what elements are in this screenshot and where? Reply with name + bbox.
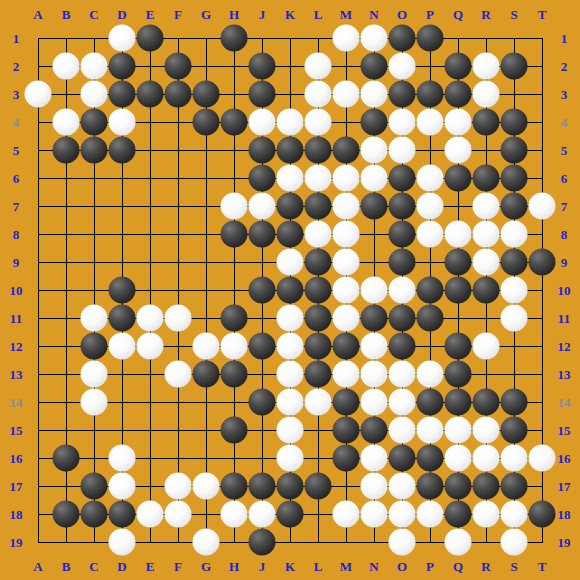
row-label-right-15: 15 <box>558 424 571 437</box>
stone-black-L13[interactable] <box>305 361 332 388</box>
col-label-bottom-G: G <box>201 560 211 573</box>
stone-white-O5[interactable] <box>389 137 416 164</box>
stone-white-H7[interactable] <box>221 193 248 220</box>
stone-white-N14[interactable] <box>361 389 388 416</box>
stone-white-K16[interactable] <box>277 445 304 472</box>
stone-white-M1[interactable] <box>333 25 360 52</box>
stone-white-R18[interactable] <box>473 501 500 528</box>
row-label-left-7: 7 <box>13 200 20 213</box>
stone-black-L10[interactable] <box>305 277 332 304</box>
row-label-left-12: 12 <box>10 340 23 353</box>
stone-white-H18[interactable] <box>221 501 248 528</box>
stone-black-L9[interactable] <box>305 249 332 276</box>
stone-white-N6[interactable] <box>361 165 388 192</box>
stone-white-G17[interactable] <box>193 473 220 500</box>
stone-black-R4[interactable] <box>473 109 500 136</box>
stone-white-E18[interactable] <box>137 501 164 528</box>
stone-black-D11[interactable] <box>109 305 136 332</box>
stone-black-B16[interactable] <box>53 445 80 472</box>
stone-white-D12[interactable] <box>109 333 136 360</box>
col-label-top-E: E <box>146 8 155 21</box>
col-label-top-G: G <box>201 8 211 21</box>
col-label-top-A: A <box>33 8 42 21</box>
row-label-right-4: 4 <box>561 116 568 129</box>
stone-white-M7[interactable] <box>333 193 360 220</box>
stone-white-K13[interactable] <box>277 361 304 388</box>
stone-black-D18[interactable] <box>109 501 136 528</box>
stone-black-S2[interactable] <box>501 53 528 80</box>
row-label-left-17: 17 <box>10 480 23 493</box>
stone-white-L2[interactable] <box>305 53 332 80</box>
stone-black-N2[interactable] <box>361 53 388 80</box>
col-label-top-P: P <box>426 8 434 21</box>
stone-black-H1[interactable] <box>221 25 248 52</box>
row-label-left-3: 3 <box>13 88 20 101</box>
stone-black-O11[interactable] <box>389 305 416 332</box>
stone-black-P16[interactable] <box>417 445 444 472</box>
stone-white-M10[interactable] <box>333 277 360 304</box>
stone-black-N7[interactable] <box>361 193 388 220</box>
col-label-bottom-H: H <box>229 560 239 573</box>
stone-black-J5[interactable] <box>249 137 276 164</box>
col-label-bottom-E: E <box>146 560 155 573</box>
col-label-top-F: F <box>174 8 182 21</box>
stone-black-J8[interactable] <box>249 221 276 248</box>
stone-white-C13[interactable] <box>81 361 108 388</box>
col-label-bottom-Q: Q <box>453 560 463 573</box>
stone-white-B2[interactable] <box>53 53 80 80</box>
stone-white-P8[interactable] <box>417 221 444 248</box>
stone-white-C3[interactable] <box>81 81 108 108</box>
row-label-right-8: 8 <box>561 228 568 241</box>
row-label-left-6: 6 <box>13 172 20 185</box>
col-label-top-O: O <box>397 8 407 21</box>
stone-white-T7[interactable] <box>529 193 556 220</box>
stone-white-O19[interactable] <box>389 529 416 556</box>
stone-black-O1[interactable] <box>389 25 416 52</box>
stone-white-O18[interactable] <box>389 501 416 528</box>
stone-white-D16[interactable] <box>109 445 136 472</box>
col-label-top-Q: Q <box>453 8 463 21</box>
row-label-left-14: 14 <box>10 396 23 409</box>
col-label-top-J: J <box>259 8 266 21</box>
stone-white-L3[interactable] <box>305 81 332 108</box>
stone-black-H11[interactable] <box>221 305 248 332</box>
row-label-right-5: 5 <box>561 144 568 157</box>
col-label-top-L: L <box>314 8 323 21</box>
row-label-left-5: 5 <box>13 144 20 157</box>
stone-black-Q3[interactable] <box>445 81 472 108</box>
stone-black-R6[interactable] <box>473 165 500 192</box>
row-label-right-18: 18 <box>558 508 571 521</box>
stone-white-Q4[interactable] <box>445 109 472 136</box>
stone-white-K6[interactable] <box>277 165 304 192</box>
stone-black-D2[interactable] <box>109 53 136 80</box>
stone-white-M9[interactable] <box>333 249 360 276</box>
stone-white-O10[interactable] <box>389 277 416 304</box>
stone-white-R3[interactable] <box>473 81 500 108</box>
stone-black-H13[interactable] <box>221 361 248 388</box>
stone-black-C12[interactable] <box>81 333 108 360</box>
stone-black-L11[interactable] <box>305 305 332 332</box>
stone-white-K12[interactable] <box>277 333 304 360</box>
row-label-right-1: 1 <box>561 32 568 45</box>
row-label-left-10: 10 <box>10 284 23 297</box>
stone-black-K7[interactable] <box>277 193 304 220</box>
stone-black-H17[interactable] <box>221 473 248 500</box>
stone-black-S7[interactable] <box>501 193 528 220</box>
stone-black-B5[interactable] <box>53 137 80 164</box>
stone-black-Q6[interactable] <box>445 165 472 192</box>
col-label-bottom-K: K <box>285 560 295 573</box>
stone-white-S16[interactable] <box>501 445 528 472</box>
stone-black-K10[interactable] <box>277 277 304 304</box>
stone-white-G12[interactable] <box>193 333 220 360</box>
stone-white-O2[interactable] <box>389 53 416 80</box>
row-label-right-12: 12 <box>558 340 571 353</box>
stone-white-K4[interactable] <box>277 109 304 136</box>
stone-white-O17[interactable] <box>389 473 416 500</box>
stone-black-K5[interactable] <box>277 137 304 164</box>
stone-white-N10[interactable] <box>361 277 388 304</box>
stone-black-E3[interactable] <box>137 81 164 108</box>
row-label-right-14: 14 <box>558 396 571 409</box>
stone-white-C11[interactable] <box>81 305 108 332</box>
stone-white-Q19[interactable] <box>445 529 472 556</box>
stone-black-K17[interactable] <box>277 473 304 500</box>
col-label-top-M: M <box>340 8 352 21</box>
col-label-bottom-O: O <box>397 560 407 573</box>
stone-black-R10[interactable] <box>473 277 500 304</box>
stone-white-M3[interactable] <box>333 81 360 108</box>
row-label-left-2: 2 <box>13 60 20 73</box>
stone-black-D3[interactable] <box>109 81 136 108</box>
stone-black-P14[interactable] <box>417 389 444 416</box>
col-label-bottom-J: J <box>259 560 266 573</box>
row-label-left-8: 8 <box>13 228 20 241</box>
stone-black-L17[interactable] <box>305 473 332 500</box>
stone-white-F18[interactable] <box>165 501 192 528</box>
stone-black-N4[interactable] <box>361 109 388 136</box>
row-label-left-4: 4 <box>13 116 20 129</box>
stone-black-S5[interactable] <box>501 137 528 164</box>
stone-white-E12[interactable] <box>137 333 164 360</box>
stone-black-J10[interactable] <box>249 277 276 304</box>
stone-black-M12[interactable] <box>333 333 360 360</box>
stone-white-G19[interactable] <box>193 529 220 556</box>
stone-white-S19[interactable] <box>501 529 528 556</box>
col-label-bottom-R: R <box>481 560 490 573</box>
stone-black-O9[interactable] <box>389 249 416 276</box>
stone-white-N3[interactable] <box>361 81 388 108</box>
stone-black-S14[interactable] <box>501 389 528 416</box>
stone-black-T9[interactable] <box>529 249 556 276</box>
stone-black-C5[interactable] <box>81 137 108 164</box>
row-label-right-6: 6 <box>561 172 568 185</box>
col-label-bottom-A: A <box>33 560 42 573</box>
stone-white-P4[interactable] <box>417 109 444 136</box>
stone-white-R12[interactable] <box>473 333 500 360</box>
stone-black-Q10[interactable] <box>445 277 472 304</box>
stone-white-C2[interactable] <box>81 53 108 80</box>
col-label-top-K: K <box>285 8 295 21</box>
stone-white-S18[interactable] <box>501 501 528 528</box>
row-label-left-11: 11 <box>10 312 22 325</box>
stone-black-S15[interactable] <box>501 417 528 444</box>
row-label-right-13: 13 <box>558 368 571 381</box>
stone-white-Q15[interactable] <box>445 417 472 444</box>
row-label-left-19: 19 <box>10 536 23 549</box>
stone-black-P10[interactable] <box>417 277 444 304</box>
stone-white-D4[interactable] <box>109 109 136 136</box>
stone-white-R9[interactable] <box>473 249 500 276</box>
stone-white-P18[interactable] <box>417 501 444 528</box>
stone-black-T18[interactable] <box>529 501 556 528</box>
stone-white-O4[interactable] <box>389 109 416 136</box>
stone-black-G3[interactable] <box>193 81 220 108</box>
stone-white-H12[interactable] <box>221 333 248 360</box>
stone-white-Q16[interactable] <box>445 445 472 472</box>
stone-white-R7[interactable] <box>473 193 500 220</box>
stone-black-J14[interactable] <box>249 389 276 416</box>
stone-black-K8[interactable] <box>277 221 304 248</box>
stone-white-R8[interactable] <box>473 221 500 248</box>
row-label-left-15: 15 <box>10 424 23 437</box>
stone-white-D19[interactable] <box>109 529 136 556</box>
go-board[interactable]: AABBCCDDEEFFGGHHJJKKLLMMNNOOPPQQRRSSTT11… <box>0 0 580 580</box>
stone-white-K11[interactable] <box>277 305 304 332</box>
stone-black-K18[interactable] <box>277 501 304 528</box>
stone-white-L6[interactable] <box>305 165 332 192</box>
stone-black-O6[interactable] <box>389 165 416 192</box>
stone-white-J4[interactable] <box>249 109 276 136</box>
row-label-right-3: 3 <box>561 88 568 101</box>
stone-black-O7[interactable] <box>389 193 416 220</box>
stone-white-N5[interactable] <box>361 137 388 164</box>
col-label-bottom-M: M <box>340 560 352 573</box>
stone-black-G13[interactable] <box>193 361 220 388</box>
stone-white-S11[interactable] <box>501 305 528 332</box>
stone-black-C4[interactable] <box>81 109 108 136</box>
stone-white-D17[interactable] <box>109 473 136 500</box>
col-label-top-T: T <box>538 8 547 21</box>
stone-white-O15[interactable] <box>389 417 416 444</box>
row-label-left-16: 16 <box>10 452 23 465</box>
row-label-right-17: 17 <box>558 480 571 493</box>
stone-black-Q17[interactable] <box>445 473 472 500</box>
col-label-bottom-T: T <box>538 560 547 573</box>
stone-white-E11[interactable] <box>137 305 164 332</box>
stone-black-J19[interactable] <box>249 529 276 556</box>
stone-black-O3[interactable] <box>389 81 416 108</box>
stone-black-C17[interactable] <box>81 473 108 500</box>
stone-black-Q13[interactable] <box>445 361 472 388</box>
stone-white-L4[interactable] <box>305 109 332 136</box>
stone-white-L8[interactable] <box>305 221 332 248</box>
stone-black-L5[interactable] <box>305 137 332 164</box>
stone-black-S4[interactable] <box>501 109 528 136</box>
stone-black-L12[interactable] <box>305 333 332 360</box>
col-label-bottom-P: P <box>426 560 434 573</box>
stone-black-J2[interactable] <box>249 53 276 80</box>
stone-white-N1[interactable] <box>361 25 388 52</box>
stone-white-F17[interactable] <box>165 473 192 500</box>
col-label-top-S: S <box>510 8 517 21</box>
col-label-bottom-L: L <box>314 560 323 573</box>
stone-white-N13[interactable] <box>361 361 388 388</box>
stone-white-R2[interactable] <box>473 53 500 80</box>
stone-black-Q12[interactable] <box>445 333 472 360</box>
stone-black-R14[interactable] <box>473 389 500 416</box>
row-label-right-19: 19 <box>558 536 571 549</box>
stone-white-F13[interactable] <box>165 361 192 388</box>
stone-black-C18[interactable] <box>81 501 108 528</box>
stone-black-R17[interactable] <box>473 473 500 500</box>
stone-white-M6[interactable] <box>333 165 360 192</box>
stone-black-S9[interactable] <box>501 249 528 276</box>
stone-black-H15[interactable] <box>221 417 248 444</box>
stone-black-P11[interactable] <box>417 305 444 332</box>
stone-black-Q2[interactable] <box>445 53 472 80</box>
stone-black-P3[interactable] <box>417 81 444 108</box>
stone-black-O16[interactable] <box>389 445 416 472</box>
stone-white-N18[interactable] <box>361 501 388 528</box>
row-label-left-13: 13 <box>10 368 23 381</box>
stone-black-M15[interactable] <box>333 417 360 444</box>
stone-black-F2[interactable] <box>165 53 192 80</box>
stone-black-F3[interactable] <box>165 81 192 108</box>
stone-black-N15[interactable] <box>361 417 388 444</box>
stone-white-P6[interactable] <box>417 165 444 192</box>
stone-black-L7[interactable] <box>305 193 332 220</box>
stone-white-S8[interactable] <box>501 221 528 248</box>
stone-white-F11[interactable] <box>165 305 192 332</box>
stone-white-O13[interactable] <box>389 361 416 388</box>
stone-black-O12[interactable] <box>389 333 416 360</box>
stone-white-N12[interactable] <box>361 333 388 360</box>
stone-white-C14[interactable] <box>81 389 108 416</box>
stone-black-G4[interactable] <box>193 109 220 136</box>
stone-white-M13[interactable] <box>333 361 360 388</box>
row-label-right-10: 10 <box>558 284 571 297</box>
stone-white-K14[interactable] <box>277 389 304 416</box>
stone-black-P1[interactable] <box>417 25 444 52</box>
stone-white-P13[interactable] <box>417 361 444 388</box>
stone-black-H8[interactable] <box>221 221 248 248</box>
stone-white-K15[interactable] <box>277 417 304 444</box>
col-label-bottom-B: B <box>62 560 71 573</box>
col-label-top-R: R <box>481 8 490 21</box>
col-label-top-H: H <box>229 8 239 21</box>
stone-black-Q14[interactable] <box>445 389 472 416</box>
row-label-left-18: 18 <box>10 508 23 521</box>
col-label-bottom-F: F <box>174 560 182 573</box>
col-label-bottom-S: S <box>510 560 517 573</box>
stone-black-P17[interactable] <box>417 473 444 500</box>
stone-black-S6[interactable] <box>501 165 528 192</box>
col-label-top-N: N <box>369 8 378 21</box>
stone-white-Q5[interactable] <box>445 137 472 164</box>
stone-white-M11[interactable] <box>333 305 360 332</box>
stone-white-P15[interactable] <box>417 417 444 444</box>
row-label-right-16: 16 <box>558 452 571 465</box>
col-label-top-C: C <box>89 8 98 21</box>
stone-white-J7[interactable] <box>249 193 276 220</box>
stone-black-N11[interactable] <box>361 305 388 332</box>
stone-white-A3[interactable] <box>25 81 52 108</box>
stone-black-J12[interactable] <box>249 333 276 360</box>
stone-white-M18[interactable] <box>333 501 360 528</box>
stone-black-E1[interactable] <box>137 25 164 52</box>
stone-white-J18[interactable] <box>249 501 276 528</box>
stone-white-R16[interactable] <box>473 445 500 472</box>
stone-black-D10[interactable] <box>109 277 136 304</box>
col-label-bottom-D: D <box>117 560 126 573</box>
stone-white-B4[interactable] <box>53 109 80 136</box>
stone-black-M16[interactable] <box>333 445 360 472</box>
row-label-right-7: 7 <box>561 200 568 213</box>
stone-white-P7[interactable] <box>417 193 444 220</box>
row-label-right-11: 11 <box>558 312 570 325</box>
stone-black-D5[interactable] <box>109 137 136 164</box>
stone-black-Q18[interactable] <box>445 501 472 528</box>
col-label-top-D: D <box>117 8 126 21</box>
stone-white-N17[interactable] <box>361 473 388 500</box>
stone-white-N16[interactable] <box>361 445 388 472</box>
row-label-left-9: 9 <box>13 256 20 269</box>
stone-black-H4[interactable] <box>221 109 248 136</box>
stone-white-D1[interactable] <box>109 25 136 52</box>
stone-white-S10[interactable] <box>501 277 528 304</box>
stone-black-J17[interactable] <box>249 473 276 500</box>
stone-black-J3[interactable] <box>249 81 276 108</box>
stone-white-O14[interactable] <box>389 389 416 416</box>
stone-black-S17[interactable] <box>501 473 528 500</box>
stone-white-K9[interactable] <box>277 249 304 276</box>
stone-black-M5[interactable] <box>333 137 360 164</box>
col-label-top-B: B <box>62 8 71 21</box>
stone-white-L14[interactable] <box>305 389 332 416</box>
row-label-left-1: 1 <box>13 32 20 45</box>
col-label-bottom-N: N <box>369 560 378 573</box>
stone-white-T16[interactable] <box>529 445 556 472</box>
stone-white-Q8[interactable] <box>445 221 472 248</box>
stone-black-Q9[interactable] <box>445 249 472 276</box>
stone-black-M14[interactable] <box>333 389 360 416</box>
stone-black-B18[interactable] <box>53 501 80 528</box>
row-label-right-9: 9 <box>561 256 568 269</box>
stone-black-J6[interactable] <box>249 165 276 192</box>
row-label-right-2: 2 <box>561 60 568 73</box>
stone-white-M8[interactable] <box>333 221 360 248</box>
stone-white-R15[interactable] <box>473 417 500 444</box>
stone-black-O8[interactable] <box>389 221 416 248</box>
col-label-bottom-C: C <box>89 560 98 573</box>
